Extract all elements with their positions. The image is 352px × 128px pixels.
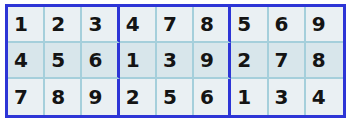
cell-r2c7[interactable]: 2 (231, 43, 268, 79)
cell-r1c9[interactable]: 9 (306, 7, 343, 43)
cell-r1c8[interactable]: 6 (269, 7, 306, 43)
cell-r3c3[interactable]: 9 (82, 79, 119, 115)
cell-r2c6[interactable]: 9 (194, 43, 231, 79)
cell-r2c9[interactable]: 8 (306, 43, 343, 79)
cell-r1c2[interactable]: 2 (45, 7, 82, 43)
cell-r2c8[interactable]: 7 (269, 43, 306, 79)
cell-r2c4[interactable]: 1 (120, 43, 157, 79)
cell-r3c5[interactable]: 5 (157, 79, 194, 115)
sudoku-band-grid: 123478569456139278789256134 (5, 4, 346, 118)
cell-r3c7[interactable]: 1 (231, 79, 268, 115)
cell-r1c7[interactable]: 5 (231, 7, 268, 43)
cell-r1c1[interactable]: 1 (8, 7, 45, 43)
cell-r1c5[interactable]: 7 (157, 7, 194, 43)
cell-r1c6[interactable]: 8 (194, 7, 231, 43)
cell-r3c4[interactable]: 2 (120, 79, 157, 115)
cell-r3c6[interactable]: 6 (194, 79, 231, 115)
cell-r3c1[interactable]: 7 (8, 79, 45, 115)
cell-r1c3[interactable]: 3 (82, 7, 119, 43)
cell-r3c8[interactable]: 3 (269, 79, 306, 115)
cell-r3c9[interactable]: 4 (306, 79, 343, 115)
cell-r1c4[interactable]: 4 (120, 7, 157, 43)
cell-r2c1[interactable]: 4 (8, 43, 45, 79)
cell-r2c5[interactable]: 3 (157, 43, 194, 79)
cell-r2c2[interactable]: 5 (45, 43, 82, 79)
cell-r3c2[interactable]: 8 (45, 79, 82, 115)
cell-r2c3[interactable]: 6 (82, 43, 119, 79)
